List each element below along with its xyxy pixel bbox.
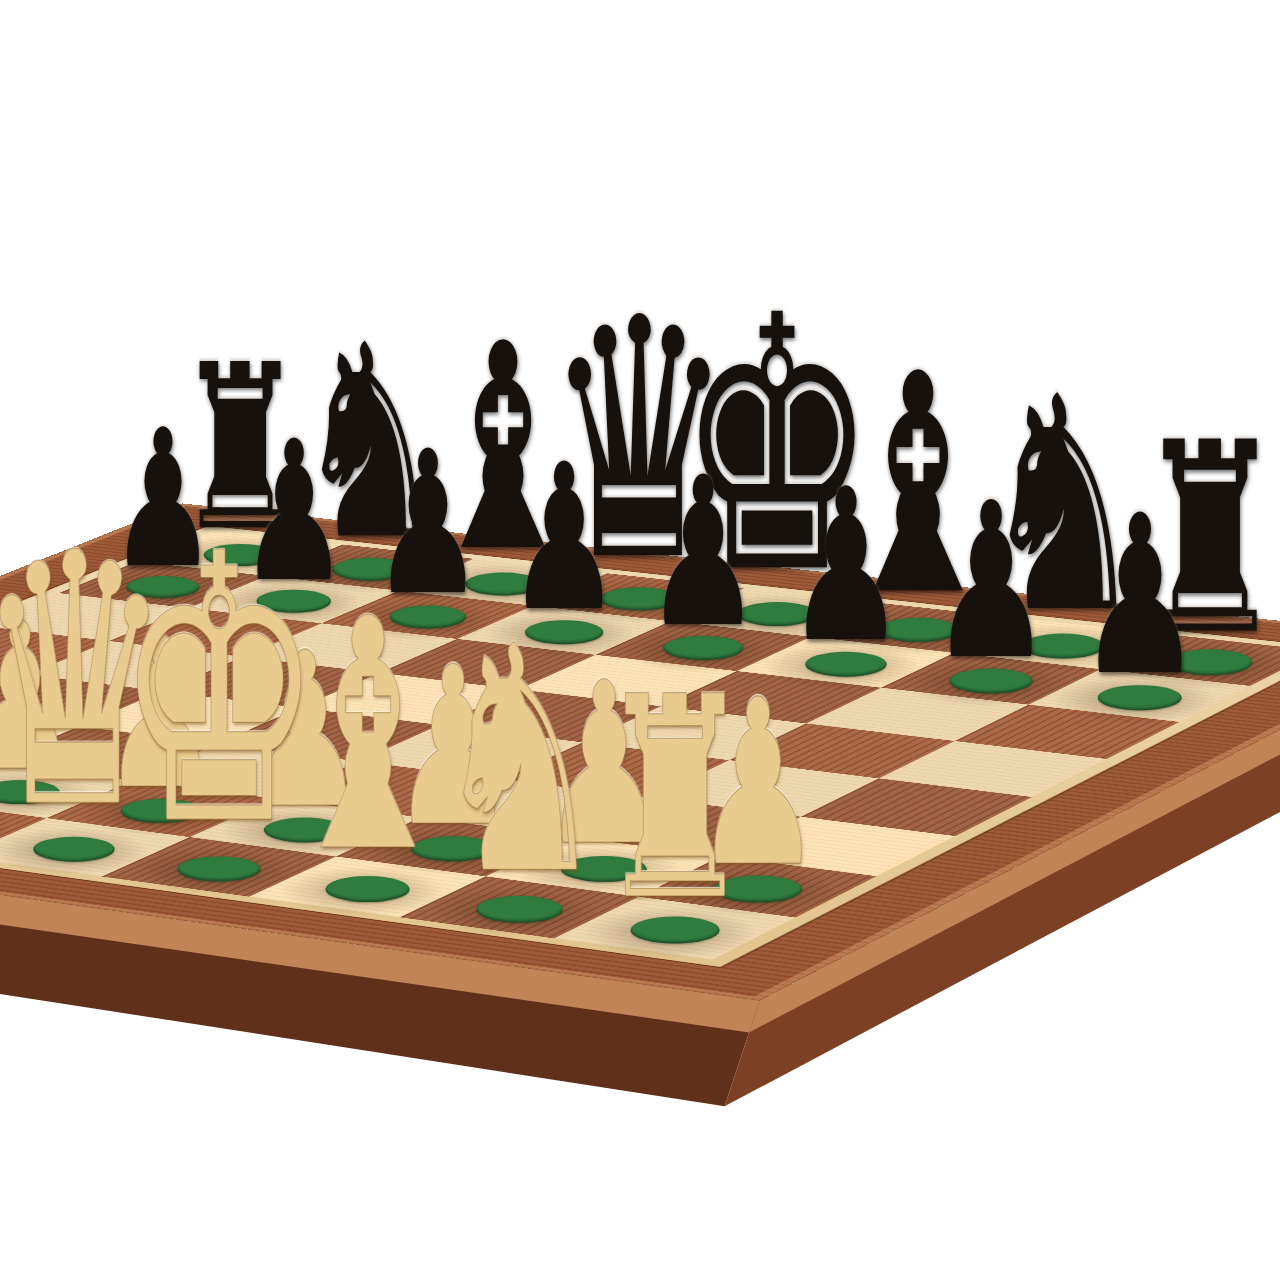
product-photo-scene: ♜♞♝♛♚♝♞♜♟♟♟♟♟♟♟♟♟♟♟♟♟♟♟♟♜♞♝♛♚♝♞♜ bbox=[0, 0, 1280, 1280]
